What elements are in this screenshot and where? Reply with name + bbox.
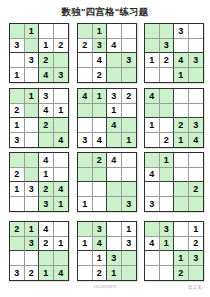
- grid7-cell-r2c2: [25, 168, 40, 183]
- grid11-cell-r2c4: 3: [122, 237, 137, 252]
- grid2-cell-r4c1: [78, 68, 93, 83]
- grid3-cell-r4c2: [160, 68, 175, 83]
- grid1-cell-r1c4: [54, 24, 69, 39]
- grid7-cell-r4c2: [25, 197, 40, 212]
- grid5-cell-r2c4: [122, 104, 137, 119]
- grid10-cell-r4c4: 4: [54, 266, 69, 281]
- grid8-cell-r4c4: 3: [122, 197, 137, 212]
- grid11-cell-r1c4: 1: [122, 222, 137, 237]
- grid5-cell-r3c1: [78, 118, 93, 133]
- grid12-cell-r3c2: [160, 251, 175, 266]
- grid9-cell-r1c4: [189, 153, 204, 168]
- grid1-cell-r2c3: 1: [39, 39, 54, 54]
- grid4-cell-r1c3: 3: [39, 89, 54, 104]
- grid10-cell-r3c3: [39, 251, 54, 266]
- grid7-cell-r1c1: [10, 153, 25, 168]
- grid12-cell-r1c4: 1: [189, 222, 204, 237]
- grid11-cell-r4c1: [78, 266, 93, 281]
- grid6-cell-r2c2: [160, 104, 175, 119]
- grid2-cell-r1c3: [107, 24, 122, 39]
- grid10-cell-r2c1: [10, 237, 25, 252]
- grid9-cell-r4c3: [174, 197, 189, 212]
- grid12-cell-r1c1: [145, 222, 160, 237]
- grid6-cell-r1c2: [160, 89, 175, 104]
- grid10-cell-r3c2: [25, 251, 40, 266]
- grid8-cell-r1c2: 2: [93, 153, 108, 168]
- grid6-cell-r4c1: [145, 133, 160, 148]
- grid7-cell-r4c4: 1: [54, 197, 69, 212]
- grid2-cell-r2c4: [122, 39, 137, 54]
- grid3-cell-r3c3: 4: [174, 53, 189, 68]
- grid3-cell-r2c3: [174, 39, 189, 54]
- grid6-cell-r3c1: 1: [145, 118, 160, 133]
- sudoku-grid-7: 421132431: [9, 152, 69, 212]
- footer-code: 1XC2XK93FW: [0, 285, 210, 289]
- grid10-cell-r2c3: 2: [39, 237, 54, 252]
- grid5-cell-r2c1: [78, 104, 93, 119]
- grid9-cell-r4c4: [189, 197, 204, 212]
- grid6-cell-r3c4: 3: [189, 118, 204, 133]
- grid9-cell-r1c1: [145, 153, 160, 168]
- grid12-cell-r4c1: [145, 266, 160, 281]
- grid10-cell-r3c1: [10, 251, 25, 266]
- grid2-cell-r2c3: 4: [107, 39, 122, 54]
- puzzle-grid-area: 1312321431234432331243113241123441321434…: [0, 0, 210, 297]
- grid9-cell-r3c1: [145, 182, 160, 197]
- grid11-cell-r3c2: 1: [93, 251, 108, 266]
- grid3-cell-r1c2: [160, 24, 175, 39]
- grid4-cell-r3c2: [25, 118, 40, 133]
- grid3-cell-r4c3: 1: [174, 68, 189, 83]
- grid2-cell-r2c1: 2: [78, 39, 93, 54]
- grid11-cell-r2c2: 4: [93, 237, 108, 252]
- grid1-cell-r3c3: 2: [39, 53, 54, 68]
- grid9-cell-r1c3: [174, 153, 189, 168]
- grid9-cell-r4c1: 3: [145, 197, 160, 212]
- grid3-cell-r1c4: [189, 24, 204, 39]
- grid3-cell-r4c1: [145, 68, 160, 83]
- grid9-cell-r3c4: 2: [189, 182, 204, 197]
- grid7-cell-r2c3: 1: [39, 168, 54, 183]
- grid2-cell-r4c3: [107, 68, 122, 83]
- grid9-cell-r1c2: 1: [160, 153, 175, 168]
- grid1-cell-r1c3: [39, 24, 54, 39]
- grid6-cell-r1c3: [174, 89, 189, 104]
- sudoku-grid-1: 131232143: [9, 23, 69, 83]
- grid4-cell-r2c2: [25, 104, 40, 119]
- grid9-cell-r3c3: [174, 182, 189, 197]
- grid11-cell-r4c2: 2: [93, 266, 108, 281]
- grid12-cell-r4c2: [160, 266, 175, 281]
- sudoku-grid-11: 311431321: [77, 221, 137, 281]
- grid12-cell-r3c1: [145, 251, 160, 266]
- grid6-cell-r3c3: 2: [174, 118, 189, 133]
- grid10-cell-r1c2: 1: [25, 222, 40, 237]
- grid3-cell-r2c1: [145, 39, 160, 54]
- grid4-cell-r2c4: 1: [54, 104, 69, 119]
- grid7-cell-r4c1: [10, 197, 25, 212]
- grid8-cell-r3c1: [78, 182, 93, 197]
- grid12-cell-r3c3: 1: [174, 251, 189, 266]
- grid3-cell-r2c4: [189, 39, 204, 54]
- grid6-cell-r4c3: 1: [174, 133, 189, 148]
- grid9-cell-r2c1: 4: [145, 168, 160, 183]
- grid4-cell-r4c1: 3: [10, 133, 25, 148]
- grid9-cell-r3c2: [160, 182, 175, 197]
- grid5-cell-r4c2: 4: [93, 133, 108, 148]
- grid1-cell-r3c1: [10, 53, 25, 68]
- grid11-cell-r2c3: [107, 237, 122, 252]
- grid4-cell-r1c4: [54, 89, 69, 104]
- sudoku-grid-4: 132411234: [9, 88, 69, 148]
- grid2-cell-r1c1: [78, 24, 93, 39]
- grid5-cell-r1c3: 3: [107, 89, 122, 104]
- grid3-cell-r4c4: [189, 68, 204, 83]
- grid4-cell-r4c3: [39, 133, 54, 148]
- grid8-cell-r2c3: [107, 168, 122, 183]
- grid1-cell-r4c4: 3: [54, 68, 69, 83]
- grid2-cell-r3c2: 4: [93, 53, 108, 68]
- grid7-cell-r2c4: [54, 168, 69, 183]
- grid4-cell-r4c2: [25, 133, 40, 148]
- grid8-cell-r4c2: [93, 197, 108, 212]
- grid1-cell-r2c4: 2: [54, 39, 69, 54]
- grid9-cell-r4c2: [160, 197, 175, 212]
- grid7-cell-r3c4: 4: [54, 182, 69, 197]
- sudoku-grid-10: 2143213214: [9, 221, 69, 281]
- grid6-cell-r2c3: [174, 104, 189, 119]
- grid9-cell-r2c3: [174, 168, 189, 183]
- grid6-cell-r2c4: [189, 104, 204, 119]
- grid5-cell-r4c4: 1: [122, 133, 137, 148]
- grid9-cell-r2c4: [189, 168, 204, 183]
- grid8-cell-r2c2: [93, 168, 108, 183]
- grid1-cell-r4c2: [25, 68, 40, 83]
- grid11-cell-r3c4: [122, 251, 137, 266]
- grid1-cell-r4c3: 4: [39, 68, 54, 83]
- grid10-cell-r1c4: [54, 222, 69, 237]
- grid2-cell-r2c2: 3: [93, 39, 108, 54]
- grid12-cell-r1c3: [174, 222, 189, 237]
- grid9-cell-r2c2: [160, 168, 175, 183]
- grid12-cell-r1c2: 3: [160, 222, 175, 237]
- grid6-cell-r1c4: [189, 89, 204, 104]
- grid10-cell-r4c1: 3: [10, 266, 25, 281]
- grid1-cell-r1c1: [10, 24, 25, 39]
- grid12-cell-r2c4: 2: [189, 237, 204, 252]
- grid3-cell-r1c1: [145, 24, 160, 39]
- grid11-cell-r2c1: 1: [78, 237, 93, 252]
- sudoku-grid-9: 1423: [144, 152, 204, 212]
- grid10-cell-r1c1: 2: [10, 222, 25, 237]
- grid5-cell-r2c2: [93, 104, 108, 119]
- sudoku-grid-3: 3312431: [144, 23, 204, 83]
- grid4-cell-r2c3: 4: [39, 104, 54, 119]
- grid10-cell-r4c3: 1: [39, 266, 54, 281]
- grid8-cell-r3c3: [107, 182, 122, 197]
- grid1-cell-r2c1: 3: [10, 39, 25, 54]
- grid8-cell-r3c2: [93, 182, 108, 197]
- grid1-cell-r4c1: 1: [10, 68, 25, 83]
- grid10-cell-r3c4: [54, 251, 69, 266]
- grid3-cell-r3c2: 2: [160, 53, 175, 68]
- grid3-cell-r3c1: 1: [145, 53, 160, 68]
- grid1-cell-r3c4: [54, 53, 69, 68]
- sudoku-grid-5: 413214341: [77, 88, 137, 148]
- grid8-cell-r2c4: [122, 168, 137, 183]
- grid11-cell-r3c3: 3: [107, 251, 122, 266]
- grid12-cell-r3c4: 3: [189, 251, 204, 266]
- page-number: 第 1 页: [188, 285, 202, 290]
- grid5-cell-r4c3: [107, 133, 122, 148]
- grid12-cell-r4c4: [189, 266, 204, 281]
- grid2-cell-r1c4: [122, 24, 137, 39]
- grid2-cell-r4c4: [122, 68, 137, 83]
- grid5-cell-r3c2: [93, 118, 108, 133]
- grid8-cell-r2c1: [78, 168, 93, 183]
- grid8-cell-r4c1: 1: [78, 197, 93, 212]
- grid4-cell-r4c4: 4: [54, 133, 69, 148]
- grid7-cell-r1c3: 4: [39, 153, 54, 168]
- grid10-cell-r2c2: 3: [25, 237, 40, 252]
- grid12-cell-r2c3: [174, 237, 189, 252]
- grid1-cell-r2c2: [25, 39, 40, 54]
- grid8-cell-r1c3: 4: [107, 153, 122, 168]
- grid4-cell-r3c3: 2: [39, 118, 54, 133]
- grid3-cell-r1c3: 3: [174, 24, 189, 39]
- grid6-cell-r4c4: 4: [189, 133, 204, 148]
- grid2-cell-r3c4: 3: [122, 53, 137, 68]
- grid5-cell-r2c3: 1: [107, 104, 122, 119]
- grid11-cell-r4c3: 1: [107, 266, 122, 281]
- grid2-cell-r1c2: 1: [93, 24, 108, 39]
- grid4-cell-r3c1: 1: [10, 118, 25, 133]
- grid10-cell-r4c2: 2: [25, 266, 40, 281]
- grid8-cell-r1c4: [122, 153, 137, 168]
- grid11-cell-r1c1: [78, 222, 93, 237]
- grid11-cell-r1c2: 3: [93, 222, 108, 237]
- grid2-cell-r3c1: [78, 53, 93, 68]
- grid5-cell-r1c1: 4: [78, 89, 93, 104]
- grid7-cell-r3c1: 1: [10, 182, 25, 197]
- grid11-cell-r3c1: [78, 251, 93, 266]
- grid5-cell-r3c3: 4: [107, 118, 122, 133]
- grid4-cell-r1c2: 1: [25, 89, 40, 104]
- grid4-cell-r1c1: [10, 89, 25, 104]
- grid1-cell-r1c2: 1: [25, 24, 40, 39]
- grid4-cell-r3c4: [54, 118, 69, 133]
- grid3-cell-r3c4: 3: [189, 53, 204, 68]
- grid6-cell-r2c1: [145, 104, 160, 119]
- grid7-cell-r3c2: 3: [25, 182, 40, 197]
- sudoku-grid-6: 4123214: [144, 88, 204, 148]
- grid12-cell-r2c1: 4: [145, 237, 160, 252]
- grid12-cell-r2c2: 1: [160, 237, 175, 252]
- grid7-cell-r3c3: 2: [39, 182, 54, 197]
- grid5-cell-r1c4: 2: [122, 89, 137, 104]
- grid10-cell-r1c3: 4: [39, 222, 54, 237]
- grid10-cell-r2c4: 1: [54, 237, 69, 252]
- grid5-cell-r4c1: 3: [78, 133, 93, 148]
- grid4-cell-r2c1: 2: [10, 104, 25, 119]
- grid7-cell-r2c1: 2: [10, 168, 25, 183]
- grid1-cell-r3c2: 3: [25, 53, 40, 68]
- grid8-cell-r4c3: [107, 197, 122, 212]
- grid5-cell-r1c2: 1: [93, 89, 108, 104]
- sudoku-grid-12: 31412132: [144, 221, 204, 281]
- grid5-cell-r3c4: [122, 118, 137, 133]
- sudoku-grid-8: 2413: [77, 152, 137, 212]
- grid7-cell-r1c4: [54, 153, 69, 168]
- grid2-cell-r3c3: [107, 53, 122, 68]
- grid7-cell-r1c2: [25, 153, 40, 168]
- grid12-cell-r4c3: 2: [174, 266, 189, 281]
- sudoku-grid-2: 1234432: [77, 23, 137, 83]
- grid6-cell-r3c2: [160, 118, 175, 133]
- grid6-cell-r4c2: 2: [160, 133, 175, 148]
- grid8-cell-r3c4: [122, 182, 137, 197]
- grid6-cell-r1c1: 4: [145, 89, 160, 104]
- grid8-cell-r1c1: [78, 153, 93, 168]
- grid2-cell-r4c2: 2: [93, 68, 108, 83]
- grid11-cell-r1c3: [107, 222, 122, 237]
- grid3-cell-r2c2: 3: [160, 39, 175, 54]
- grid11-cell-r4c4: [122, 266, 137, 281]
- grid7-cell-r4c3: 3: [39, 197, 54, 212]
